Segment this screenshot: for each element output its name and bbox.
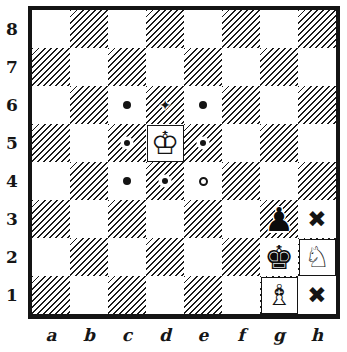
x-mark: ✖ [307, 284, 326, 307]
square-b6[interactable] [70, 86, 108, 124]
square-d6[interactable]: ✦ [146, 86, 184, 124]
square-a7[interactable] [32, 48, 70, 86]
square-a3[interactable] [32, 200, 70, 238]
square-f6[interactable] [222, 86, 260, 124]
dot-move-mark [123, 101, 131, 109]
rank-label-2: 2 [0, 238, 24, 276]
square-b1[interactable] [70, 276, 108, 314]
file-label-b: b [70, 321, 108, 349]
dot-move-mark [200, 140, 206, 146]
square-c3[interactable] [108, 200, 146, 238]
square-b8[interactable] [70, 10, 108, 48]
black-king-piece[interactable]: ♚ [264, 241, 294, 274]
dot-move-mark [123, 177, 131, 185]
square-f2[interactable] [222, 238, 260, 276]
square-d3[interactable] [146, 200, 184, 238]
square-h2[interactable]: ♘ [298, 238, 336, 276]
file-label-g: g [260, 321, 298, 349]
square-h3[interactable]: ✖ [298, 200, 336, 238]
square-d4[interactable] [146, 162, 184, 200]
square-f5[interactable] [222, 124, 260, 162]
square-h4[interactable] [298, 162, 336, 200]
rank-label-8: 8 [0, 10, 24, 48]
piece-cutout-box: ♔ [147, 125, 184, 162]
square-c2[interactable] [108, 238, 146, 276]
square-h1[interactable]: ✖ [298, 276, 336, 314]
square-e6[interactable] [184, 86, 222, 124]
dot-move-mark [199, 101, 207, 109]
file-labels: abcdefgh [32, 321, 336, 349]
square-f4[interactable] [222, 162, 260, 200]
white-king-piece[interactable]: ♔ [151, 127, 180, 159]
rank-label-6: 6 [0, 86, 24, 124]
square-d7[interactable] [146, 48, 184, 86]
square-c4[interactable] [108, 162, 146, 200]
square-a2[interactable] [32, 238, 70, 276]
square-e7[interactable] [184, 48, 222, 86]
square-h6[interactable] [298, 86, 336, 124]
square-d2[interactable] [146, 238, 184, 276]
square-e3[interactable] [184, 200, 222, 238]
square-e8[interactable] [184, 10, 222, 48]
rank-label-7: 7 [0, 48, 24, 86]
square-c1[interactable] [108, 276, 146, 314]
square-g2[interactable]: ♚ [260, 238, 298, 276]
file-label-d: d [146, 321, 184, 349]
square-f1[interactable] [222, 276, 260, 314]
square-g5[interactable] [260, 124, 298, 162]
square-c7[interactable] [108, 48, 146, 86]
white-bishop-piece[interactable]: ♗ [266, 281, 292, 310]
rank-labels: 87654321 [0, 10, 24, 314]
square-f8[interactable] [222, 10, 260, 48]
dot-move-mark [124, 140, 130, 146]
board-border: ✦♔♟✖♚♘♗✖ [28, 6, 340, 319]
star-move-mark: ✦ [159, 98, 171, 112]
file-label-a: a [32, 321, 70, 349]
rank-label-3: 3 [0, 200, 24, 238]
square-b5[interactable] [70, 124, 108, 162]
square-b7[interactable] [70, 48, 108, 86]
square-g6[interactable] [260, 86, 298, 124]
file-label-h: h [298, 321, 336, 349]
square-g7[interactable] [260, 48, 298, 86]
square-a4[interactable] [32, 162, 70, 200]
square-h5[interactable] [298, 124, 336, 162]
white-knight-piece[interactable]: ♘ [304, 243, 330, 272]
square-b3[interactable] [70, 200, 108, 238]
rank-label-5: 5 [0, 124, 24, 162]
square-a5[interactable] [32, 124, 70, 162]
square-e4[interactable] [184, 162, 222, 200]
x-mark: ✖ [307, 208, 326, 231]
square-f3[interactable] [222, 200, 260, 238]
square-e5[interactable] [184, 124, 222, 162]
black-pawn-piece[interactable]: ♟ [264, 203, 294, 236]
chess-board: ✦♔♟✖♚♘♗✖ [32, 10, 336, 314]
square-h8[interactable] [298, 10, 336, 48]
square-g1[interactable]: ♗ [260, 276, 298, 314]
square-g8[interactable] [260, 10, 298, 48]
chess-diagram: 87654321 ✦♔♟✖♚♘♗✖ abcdefgh [0, 0, 347, 352]
ring-move-mark [199, 177, 208, 186]
square-f7[interactable] [222, 48, 260, 86]
square-a8[interactable] [32, 10, 70, 48]
square-e2[interactable] [184, 238, 222, 276]
square-b4[interactable] [70, 162, 108, 200]
square-c5[interactable] [108, 124, 146, 162]
square-g3[interactable]: ♟ [260, 200, 298, 238]
file-label-e: e [184, 321, 222, 349]
file-label-f: f [222, 321, 260, 349]
piece-cutout-box: ♘ [299, 239, 336, 276]
file-label-c: c [108, 321, 146, 349]
square-d8[interactable] [146, 10, 184, 48]
square-a1[interactable] [32, 276, 70, 314]
square-d5[interactable]: ♔ [146, 124, 184, 162]
square-h7[interactable] [298, 48, 336, 86]
dot-move-mark [162, 178, 168, 184]
rank-label-1: 1 [0, 276, 24, 314]
square-c6[interactable] [108, 86, 146, 124]
square-g4[interactable] [260, 162, 298, 200]
piece-cutout-box: ♗ [261, 277, 298, 314]
rank-label-4: 4 [0, 162, 24, 200]
square-d1[interactable] [146, 276, 184, 314]
square-e1[interactable] [184, 276, 222, 314]
square-c8[interactable] [108, 10, 146, 48]
square-b2[interactable] [70, 238, 108, 276]
square-a6[interactable] [32, 86, 70, 124]
